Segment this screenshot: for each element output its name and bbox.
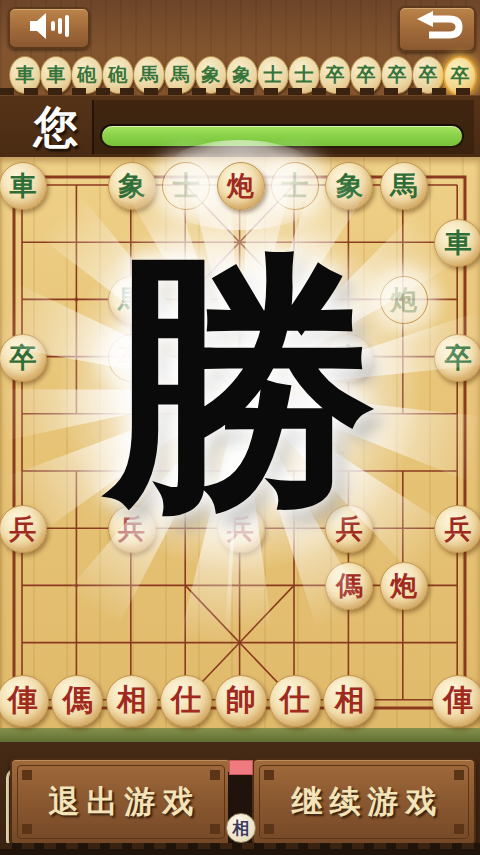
board-piece-車-f9r2[interactable]: 車 <box>434 219 480 267</box>
player-panel: 您 <box>0 95 480 160</box>
board-piece-兵-f9r7[interactable]: 兵 <box>434 505 480 553</box>
board-piece-兵-f5r7[interactable]: 兵 <box>217 505 265 553</box>
progress-fill <box>102 126 462 146</box>
board-piece-士-f6r1[interactable]: 士 <box>271 162 319 210</box>
board-piece-馬-f8r1[interactable]: 馬 <box>380 162 428 210</box>
divider-piece: 相 <box>226 813 256 843</box>
board-piece-車-f1r1[interactable]: 車 <box>0 162 47 210</box>
xiangqi-board: 决 車象士炮士象馬車馬炮卒卒卒卒兵兵兵兵兵傌炮俥傌相仕帥仕相俥 <box>0 157 480 730</box>
board-piece-俥-f1r10[interactable]: 俥 <box>0 675 49 727</box>
speaker-icon <box>27 11 71 45</box>
exit-game-label: 退出游戏 <box>42 781 201 823</box>
board-piece-卒-f9r4[interactable]: 卒 <box>434 334 480 382</box>
board-piece-兵-f1r7[interactable]: 兵 <box>0 505 47 553</box>
back-button[interactable] <box>398 6 476 52</box>
board-piece-馬-f3r3[interactable]: 馬 <box>108 276 156 324</box>
board-piece-相-f3r10[interactable]: 相 <box>106 675 158 727</box>
player-label: 您 <box>24 98 88 156</box>
board-piece-帥-f5r10[interactable]: 帥 <box>215 675 267 727</box>
continue-game-label: 继续游戏 <box>285 781 444 823</box>
board-piece-卒-f1r4[interactable]: 卒 <box>0 334 47 382</box>
board-piece-相-f7r10[interactable]: 相 <box>323 675 375 727</box>
panel-trim <box>0 88 480 95</box>
board-piece-俥-f9r10[interactable]: 俥 <box>432 675 480 727</box>
footer-bar: 退出游戏 继续游戏 相 <box>0 742 480 855</box>
board-edge-band <box>0 728 480 742</box>
board-piece-兵-f3r7[interactable]: 兵 <box>108 505 156 553</box>
board-piece-仕-f6r10[interactable]: 仕 <box>269 675 321 727</box>
xiangqi-app: 車車砲砲馬馬象象士士卒卒卒卒卒 您 决 車象士炮士象馬車馬炮卒卒卒卒兵兵兵兵兵傌… <box>0 0 480 855</box>
exit-game-button[interactable]: 退出游戏 <box>10 758 232 846</box>
board-piece-士-f4r1[interactable]: 士 <box>162 162 210 210</box>
board-piece-炮-f5r1[interactable]: 炮 <box>217 162 265 210</box>
divider-marker <box>229 760 253 775</box>
progress-bar <box>100 124 464 148</box>
board-piece-傌-f2r10[interactable]: 傌 <box>51 675 103 727</box>
board-grid <box>0 157 480 730</box>
return-arrow-icon <box>409 10 465 48</box>
continue-game-button[interactable]: 继续游戏 <box>252 758 476 846</box>
bottom-trim <box>0 843 480 855</box>
board-piece-卒-f3r4[interactable]: 卒 <box>108 334 156 382</box>
board-piece-炮-f8r3[interactable]: 炮 <box>380 276 428 324</box>
river-text: 决 <box>314 432 344 473</box>
board-piece-卒-f7r4[interactable]: 卒 <box>325 334 373 382</box>
sound-button[interactable] <box>8 7 90 49</box>
board-piece-炮-f8r8[interactable]: 炮 <box>380 562 428 610</box>
board-piece-象-f3r1[interactable]: 象 <box>108 162 156 210</box>
board-piece-仕-f4r10[interactable]: 仕 <box>160 675 212 727</box>
